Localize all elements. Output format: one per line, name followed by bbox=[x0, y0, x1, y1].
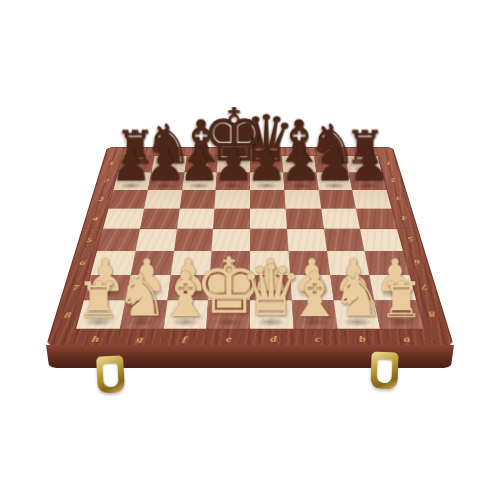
square-f3 bbox=[179, 190, 216, 209]
file-label-near-g: g bbox=[118, 334, 163, 344]
square-b2: ♟ bbox=[316, 172, 352, 190]
hinge-hole bbox=[102, 363, 118, 388]
square-g3 bbox=[144, 190, 182, 209]
square-a5 bbox=[360, 229, 403, 251]
square-e3 bbox=[215, 190, 250, 209]
square-b3 bbox=[318, 190, 356, 209]
square-b8: ♞ bbox=[333, 301, 380, 329]
square-c2: ♟ bbox=[283, 172, 318, 190]
rank-label-left-5: 5 bbox=[79, 236, 100, 243]
square-d3 bbox=[250, 190, 285, 209]
square-e2: ♟ bbox=[216, 172, 250, 190]
square-a3 bbox=[352, 190, 391, 209]
light-knight-b8: ♞ bbox=[332, 268, 385, 324]
square-h5 bbox=[97, 229, 140, 251]
square-a4 bbox=[356, 209, 397, 229]
file-label-near-d: d bbox=[252, 334, 296, 344]
square-f2: ♟ bbox=[182, 172, 217, 190]
file-label-near-c: c bbox=[296, 334, 340, 344]
square-c5 bbox=[287, 229, 327, 251]
file-label-near-b: b bbox=[340, 334, 385, 344]
chess-set-photo: ♜♞♝♚♛♝♞♜♟♟♟♟♟♟♟♟♟♟♟♟♟♟♟♟♜♞♝♚♛♝♞♜ 1122334… bbox=[0, 0, 500, 500]
square-c8: ♝ bbox=[292, 301, 337, 329]
chess-board: ♜♞♝♚♛♝♞♜♟♟♟♟♟♟♟♟♟♟♟♟♟♟♟♟♜♞♝♚♛♝♞♜ 1122334… bbox=[46, 147, 454, 346]
square-g5 bbox=[135, 229, 176, 251]
square-a2: ♟ bbox=[349, 172, 387, 190]
square-b4 bbox=[321, 209, 360, 229]
file-label-near-h: h bbox=[73, 334, 119, 344]
dark-pawn-a2: ♟ bbox=[348, 144, 389, 187]
square-h3 bbox=[108, 190, 147, 209]
square-f8: ♝ bbox=[163, 301, 208, 329]
square-c4 bbox=[285, 209, 323, 229]
file-label-near-f: f bbox=[162, 334, 206, 344]
playing-field: ♜♞♝♚♛♝♞♜♟♟♟♟♟♟♟♟♟♟♟♟♟♟♟♟♜♞♝♚♛♝♞♜ bbox=[75, 156, 425, 330]
square-b5 bbox=[324, 229, 365, 251]
light-rook-a8: ♜ bbox=[379, 277, 423, 324]
square-d2: ♟ bbox=[250, 172, 284, 190]
brass-hinge-right-icon bbox=[370, 352, 398, 390]
light-knight-g8: ♞ bbox=[116, 268, 169, 324]
rank-label-right-5: 5 bbox=[400, 236, 421, 243]
square-g8: ♞ bbox=[120, 301, 167, 329]
rank-label-right-3: 3 bbox=[389, 195, 409, 201]
file-label-near-a: a bbox=[384, 334, 430, 344]
square-f4 bbox=[177, 209, 215, 229]
rank-label-left-4: 4 bbox=[85, 215, 106, 222]
rank-label-right-4: 4 bbox=[394, 215, 415, 222]
rank-label-left-3: 3 bbox=[91, 195, 111, 201]
brass-hinge-left-icon bbox=[96, 355, 125, 393]
light-rook-h8: ♜ bbox=[77, 277, 121, 324]
square-d4 bbox=[250, 209, 287, 229]
file-label-near-e: e bbox=[207, 334, 251, 344]
square-h4 bbox=[103, 209, 144, 229]
square-g4 bbox=[140, 209, 179, 229]
rank-label-right-8: 8 bbox=[420, 310, 445, 319]
hinge-hole bbox=[377, 359, 393, 384]
square-c3 bbox=[284, 190, 321, 209]
square-e4 bbox=[213, 209, 250, 229]
